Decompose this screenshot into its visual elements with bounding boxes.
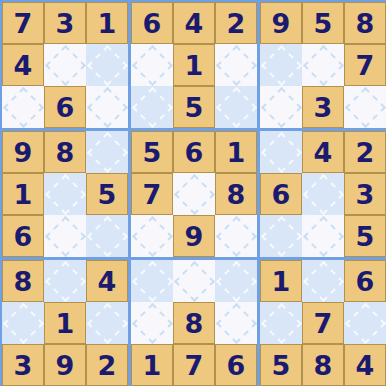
empty-cell-diamond-icon bbox=[44, 215, 85, 256]
cell-r1c4: 6 bbox=[131, 2, 173, 44]
given-digit: 5 bbox=[98, 181, 117, 208]
cell-r4c6: 1 bbox=[215, 131, 257, 173]
given-digit: 5 bbox=[185, 94, 204, 121]
empty-cell-diamond-icon bbox=[260, 302, 301, 343]
cell-r2c4[interactable] bbox=[131, 44, 173, 86]
empty-cell-diamond-icon bbox=[86, 302, 127, 343]
cell-r6c3[interactable] bbox=[86, 215, 128, 257]
cell-r5c7: 6 bbox=[260, 173, 302, 215]
given-digit: 6 bbox=[272, 181, 291, 208]
cell-r1c7: 9 bbox=[260, 2, 302, 44]
cell-r8c1[interactable] bbox=[2, 302, 44, 344]
cell-r8c8: 7 bbox=[302, 302, 344, 344]
empty-cell-diamond-icon bbox=[302, 173, 343, 214]
sudoku-board: 7314664215958739815656178942635841392817… bbox=[0, 0, 386, 386]
given-digit: 7 bbox=[356, 52, 375, 79]
given-digit: 1 bbox=[143, 352, 162, 379]
empty-cell-diamond-icon bbox=[260, 86, 301, 127]
given-digit: 2 bbox=[98, 352, 117, 379]
given-digit: 9 bbox=[272, 10, 291, 37]
box-1-3: 95873 bbox=[260, 2, 386, 128]
given-digit: 3 bbox=[56, 10, 75, 37]
cell-r9c9: 4 bbox=[344, 344, 386, 386]
cell-r3c3[interactable] bbox=[86, 86, 128, 128]
cell-r5c2[interactable] bbox=[44, 173, 86, 215]
empty-cell-diamond-icon bbox=[131, 302, 172, 343]
cell-r8c3[interactable] bbox=[86, 302, 128, 344]
given-digit: 1 bbox=[56, 310, 75, 337]
cell-r3c1[interactable] bbox=[2, 86, 44, 128]
empty-cell-diamond-icon bbox=[86, 86, 127, 127]
cell-r3c4[interactable] bbox=[131, 86, 173, 128]
cell-r9c7: 5 bbox=[260, 344, 302, 386]
empty-cell-diamond-icon bbox=[86, 131, 127, 172]
cell-r9c8: 8 bbox=[302, 344, 344, 386]
given-digit: 6 bbox=[14, 223, 33, 250]
cell-r3c8: 3 bbox=[302, 86, 344, 128]
cell-r6c6[interactable] bbox=[215, 215, 257, 257]
cell-r6c5: 9 bbox=[173, 215, 215, 257]
cell-r7c3: 4 bbox=[86, 260, 128, 302]
cell-r3c9[interactable] bbox=[344, 86, 386, 128]
cell-r1c3: 1 bbox=[86, 2, 128, 44]
given-digit: 2 bbox=[227, 10, 246, 37]
empty-cell-diamond-icon bbox=[44, 44, 85, 85]
given-digit: 8 bbox=[56, 139, 75, 166]
empty-cell-diamond-icon bbox=[131, 86, 172, 127]
box-3-2: 8176 bbox=[131, 260, 257, 386]
cell-r3c5: 5 bbox=[173, 86, 215, 128]
given-digit: 2 bbox=[356, 139, 375, 166]
given-digit: 6 bbox=[143, 10, 162, 37]
empty-cell-diamond-icon bbox=[44, 260, 85, 301]
box-2-3: 42635 bbox=[260, 131, 386, 257]
given-digit: 1 bbox=[227, 139, 246, 166]
cell-r5c1: 1 bbox=[2, 173, 44, 215]
cell-r1c6: 2 bbox=[215, 2, 257, 44]
given-digit: 6 bbox=[227, 352, 246, 379]
empty-cell-diamond-icon bbox=[260, 131, 301, 172]
given-digit: 8 bbox=[227, 181, 246, 208]
cell-r2c1: 4 bbox=[2, 44, 44, 86]
cell-r8c9[interactable] bbox=[344, 302, 386, 344]
given-digit: 3 bbox=[356, 181, 375, 208]
cell-r6c4[interactable] bbox=[131, 215, 173, 257]
cell-r5c4: 7 bbox=[131, 173, 173, 215]
given-digit: 9 bbox=[14, 139, 33, 166]
cell-r4c5: 6 bbox=[173, 131, 215, 173]
cell-r7c4[interactable] bbox=[131, 260, 173, 302]
cell-r1c8: 5 bbox=[302, 2, 344, 44]
given-digit: 7 bbox=[143, 181, 162, 208]
box-3-3: 167584 bbox=[260, 260, 386, 386]
given-digit: 5 bbox=[314, 10, 333, 37]
given-digit: 1 bbox=[272, 268, 291, 295]
cell-r3c7[interactable] bbox=[260, 86, 302, 128]
cell-r1c5: 4 bbox=[173, 2, 215, 44]
cell-r4c4: 5 bbox=[131, 131, 173, 173]
cell-r7c8[interactable] bbox=[302, 260, 344, 302]
cell-r3c6[interactable] bbox=[215, 86, 257, 128]
cell-r8c6[interactable] bbox=[215, 302, 257, 344]
empty-cell-diamond-icon bbox=[302, 215, 343, 256]
empty-cell-diamond-icon bbox=[86, 44, 127, 85]
cell-r6c1: 6 bbox=[2, 215, 44, 257]
cell-r6c7[interactable] bbox=[260, 215, 302, 257]
cell-r8c5: 8 bbox=[173, 302, 215, 344]
given-digit: 5 bbox=[143, 139, 162, 166]
empty-cell-diamond-icon bbox=[2, 302, 43, 343]
given-digit: 9 bbox=[56, 352, 75, 379]
empty-cell-diamond-icon bbox=[173, 173, 214, 214]
box-1-1: 73146 bbox=[2, 2, 128, 128]
cell-r2c5: 1 bbox=[173, 44, 215, 86]
cell-r4c2: 8 bbox=[44, 131, 86, 173]
cell-r2c6[interactable] bbox=[215, 44, 257, 86]
given-digit: 6 bbox=[356, 268, 375, 295]
cell-r5c8[interactable] bbox=[302, 173, 344, 215]
given-digit: 4 bbox=[14, 52, 33, 79]
cell-r7c7: 1 bbox=[260, 260, 302, 302]
given-digit: 1 bbox=[14, 181, 33, 208]
cell-r8c2: 1 bbox=[44, 302, 86, 344]
cell-r1c9: 8 bbox=[344, 2, 386, 44]
cell-r9c2: 9 bbox=[44, 344, 86, 386]
box-2-1: 98156 bbox=[2, 131, 128, 257]
cell-r6c2[interactable] bbox=[44, 215, 86, 257]
cell-r4c9: 2 bbox=[344, 131, 386, 173]
cell-r5c5[interactable] bbox=[173, 173, 215, 215]
cell-r5c6: 8 bbox=[215, 173, 257, 215]
given-digit: 6 bbox=[185, 139, 204, 166]
cell-r7c6[interactable] bbox=[215, 260, 257, 302]
cell-r6c8[interactable] bbox=[302, 215, 344, 257]
empty-cell-diamond-icon bbox=[173, 260, 214, 301]
given-digit: 5 bbox=[272, 352, 291, 379]
cell-r7c5[interactable] bbox=[173, 260, 215, 302]
empty-cell-diamond-icon bbox=[215, 260, 256, 301]
cell-r4c8: 4 bbox=[302, 131, 344, 173]
given-digit: 6 bbox=[56, 94, 75, 121]
given-digit: 8 bbox=[14, 268, 33, 295]
cell-r2c9: 7 bbox=[344, 44, 386, 86]
given-digit: 5 bbox=[356, 223, 375, 250]
box-1-2: 64215 bbox=[131, 2, 257, 128]
given-digit: 7 bbox=[314, 310, 333, 337]
cell-r8c4[interactable] bbox=[131, 302, 173, 344]
empty-cell-diamond-icon bbox=[344, 302, 385, 343]
cell-r5c9: 3 bbox=[344, 173, 386, 215]
empty-cell-diamond-icon bbox=[86, 215, 127, 256]
empty-cell-diamond-icon bbox=[215, 215, 256, 256]
given-digit: 7 bbox=[185, 352, 204, 379]
empty-cell-diamond-icon bbox=[44, 173, 85, 214]
given-digit: 8 bbox=[185, 310, 204, 337]
box-2-2: 561789 bbox=[131, 131, 257, 257]
given-digit: 8 bbox=[314, 352, 333, 379]
empty-cell-diamond-icon bbox=[215, 86, 256, 127]
cell-r6c9: 5 bbox=[344, 215, 386, 257]
cell-r7c2[interactable] bbox=[44, 260, 86, 302]
empty-cell-diamond-icon bbox=[215, 44, 256, 85]
given-digit: 1 bbox=[185, 52, 204, 79]
empty-cell-diamond-icon bbox=[131, 44, 172, 85]
given-digit: 9 bbox=[185, 223, 204, 250]
given-digit: 8 bbox=[356, 10, 375, 37]
empty-cell-diamond-icon bbox=[302, 44, 343, 85]
cell-r4c3[interactable] bbox=[86, 131, 128, 173]
cell-r8c7[interactable] bbox=[260, 302, 302, 344]
cell-r5c3: 5 bbox=[86, 173, 128, 215]
cell-r9c3: 2 bbox=[86, 344, 128, 386]
cell-r2c3[interactable] bbox=[86, 44, 128, 86]
cell-r4c1: 9 bbox=[2, 131, 44, 173]
cell-r9c5: 7 bbox=[173, 344, 215, 386]
empty-cell-diamond-icon bbox=[260, 44, 301, 85]
cell-r1c1: 7 bbox=[2, 2, 44, 44]
cell-r4c7[interactable] bbox=[260, 131, 302, 173]
empty-cell-diamond-icon bbox=[344, 86, 385, 127]
given-digit: 3 bbox=[14, 352, 33, 379]
empty-cell-diamond-icon bbox=[131, 260, 172, 301]
cell-r2c8[interactable] bbox=[302, 44, 344, 86]
cell-r9c1: 3 bbox=[2, 344, 44, 386]
given-digit: 4 bbox=[185, 10, 204, 37]
cell-r7c1: 8 bbox=[2, 260, 44, 302]
given-digit: 1 bbox=[98, 10, 117, 37]
cell-r1c2: 3 bbox=[44, 2, 86, 44]
empty-cell-diamond-icon bbox=[131, 215, 172, 256]
cell-r2c7[interactable] bbox=[260, 44, 302, 86]
given-digit: 4 bbox=[356, 352, 375, 379]
empty-cell-diamond-icon bbox=[2, 86, 43, 127]
given-digit: 4 bbox=[98, 268, 117, 295]
cell-r9c6: 6 bbox=[215, 344, 257, 386]
empty-cell-diamond-icon bbox=[260, 215, 301, 256]
given-digit: 3 bbox=[314, 94, 333, 121]
cell-r9c4: 1 bbox=[131, 344, 173, 386]
empty-cell-diamond-icon bbox=[302, 260, 343, 301]
box-3-1: 841392 bbox=[2, 260, 128, 386]
cell-r3c2: 6 bbox=[44, 86, 86, 128]
given-digit: 4 bbox=[314, 139, 333, 166]
given-digit: 7 bbox=[14, 10, 33, 37]
empty-cell-diamond-icon bbox=[215, 302, 256, 343]
cell-r2c2[interactable] bbox=[44, 44, 86, 86]
cell-r7c9: 6 bbox=[344, 260, 386, 302]
